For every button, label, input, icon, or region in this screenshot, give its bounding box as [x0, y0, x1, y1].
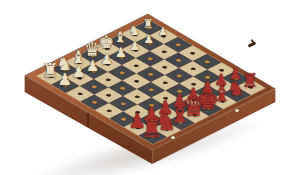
piece-white-P-f2[interactable]: ♟ — [129, 40, 140, 52]
piece-white-P-g2[interactable]: ♟ — [144, 34, 154, 46]
fold-seam-notch — [87, 113, 89, 127]
ivory-stud — [235, 109, 239, 112]
piece-white-P-b2[interactable]: ♟ — [72, 65, 86, 81]
ivory-stud — [171, 136, 175, 139]
piece-white-N-g1[interactable]: ♞ — [128, 24, 140, 37]
piece-white-B-f1[interactable]: ♝ — [114, 30, 127, 44]
piece-white-R-h1[interactable]: ♜ — [143, 18, 154, 30]
piece-white-P-d2[interactable]: ♟ — [101, 53, 113, 67]
piece-white-R-a1[interactable]: ♜ — [42, 61, 59, 80]
piece-white-P-c2[interactable]: ♟ — [86, 59, 99, 74]
piece-white-P-a2[interactable]: ♟ — [57, 72, 72, 88]
piece-white-P-e2[interactable]: ♟ — [115, 47, 127, 60]
piece-white-P-h2[interactable]: ♟ — [158, 27, 168, 38]
travel-chess-set-photo: ♜♞♝♛♚♝♞♜♟♟♟♟♟♟♟♟♟♟♟♟♟♟♟♟♜♞♝♛♚♝♞♜ — [0, 0, 292, 175]
piece-red-R-a8[interactable]: ♜ — [140, 115, 163, 141]
